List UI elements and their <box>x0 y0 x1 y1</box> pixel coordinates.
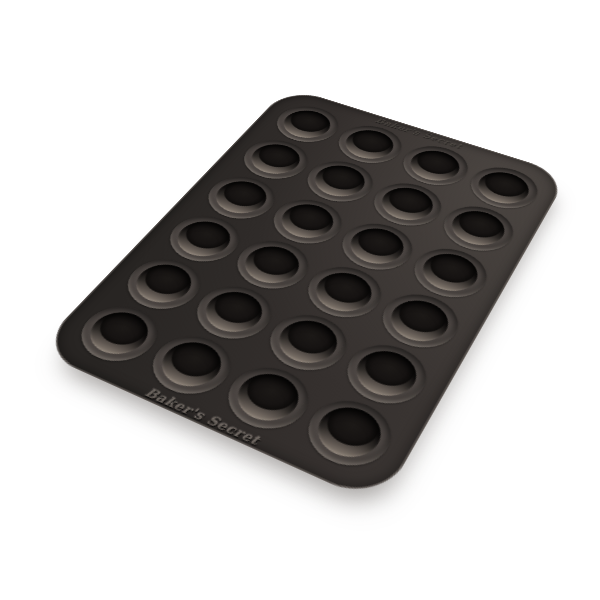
cup-well <box>242 139 307 179</box>
product-photo-canvas: Baker's Secret Baker's Secret <box>0 0 600 600</box>
cup-well <box>306 160 372 202</box>
cup-well <box>403 145 467 186</box>
cup-well <box>235 240 308 290</box>
cup-well <box>373 182 440 226</box>
muffin-pan: Baker's Secret Baker's Secret <box>35 87 569 506</box>
cup-well <box>195 285 272 340</box>
cup-well <box>338 125 401 164</box>
cup-well <box>79 305 159 362</box>
cup-well <box>226 366 309 430</box>
cup-well <box>342 222 412 270</box>
cup-well <box>471 167 536 210</box>
cup-well <box>382 293 457 348</box>
cup-well <box>307 266 381 319</box>
cup-well <box>307 399 391 466</box>
cup-well <box>168 215 240 262</box>
cup-well <box>346 344 425 405</box>
cup-well <box>125 258 201 310</box>
cup-well <box>269 314 347 372</box>
cup-well <box>207 176 276 219</box>
cup-well <box>272 199 341 245</box>
cup-well <box>276 106 339 143</box>
cup-grid <box>60 98 550 483</box>
cup-well <box>150 335 231 395</box>
cup-well <box>414 247 485 298</box>
cup-well <box>444 205 512 251</box>
